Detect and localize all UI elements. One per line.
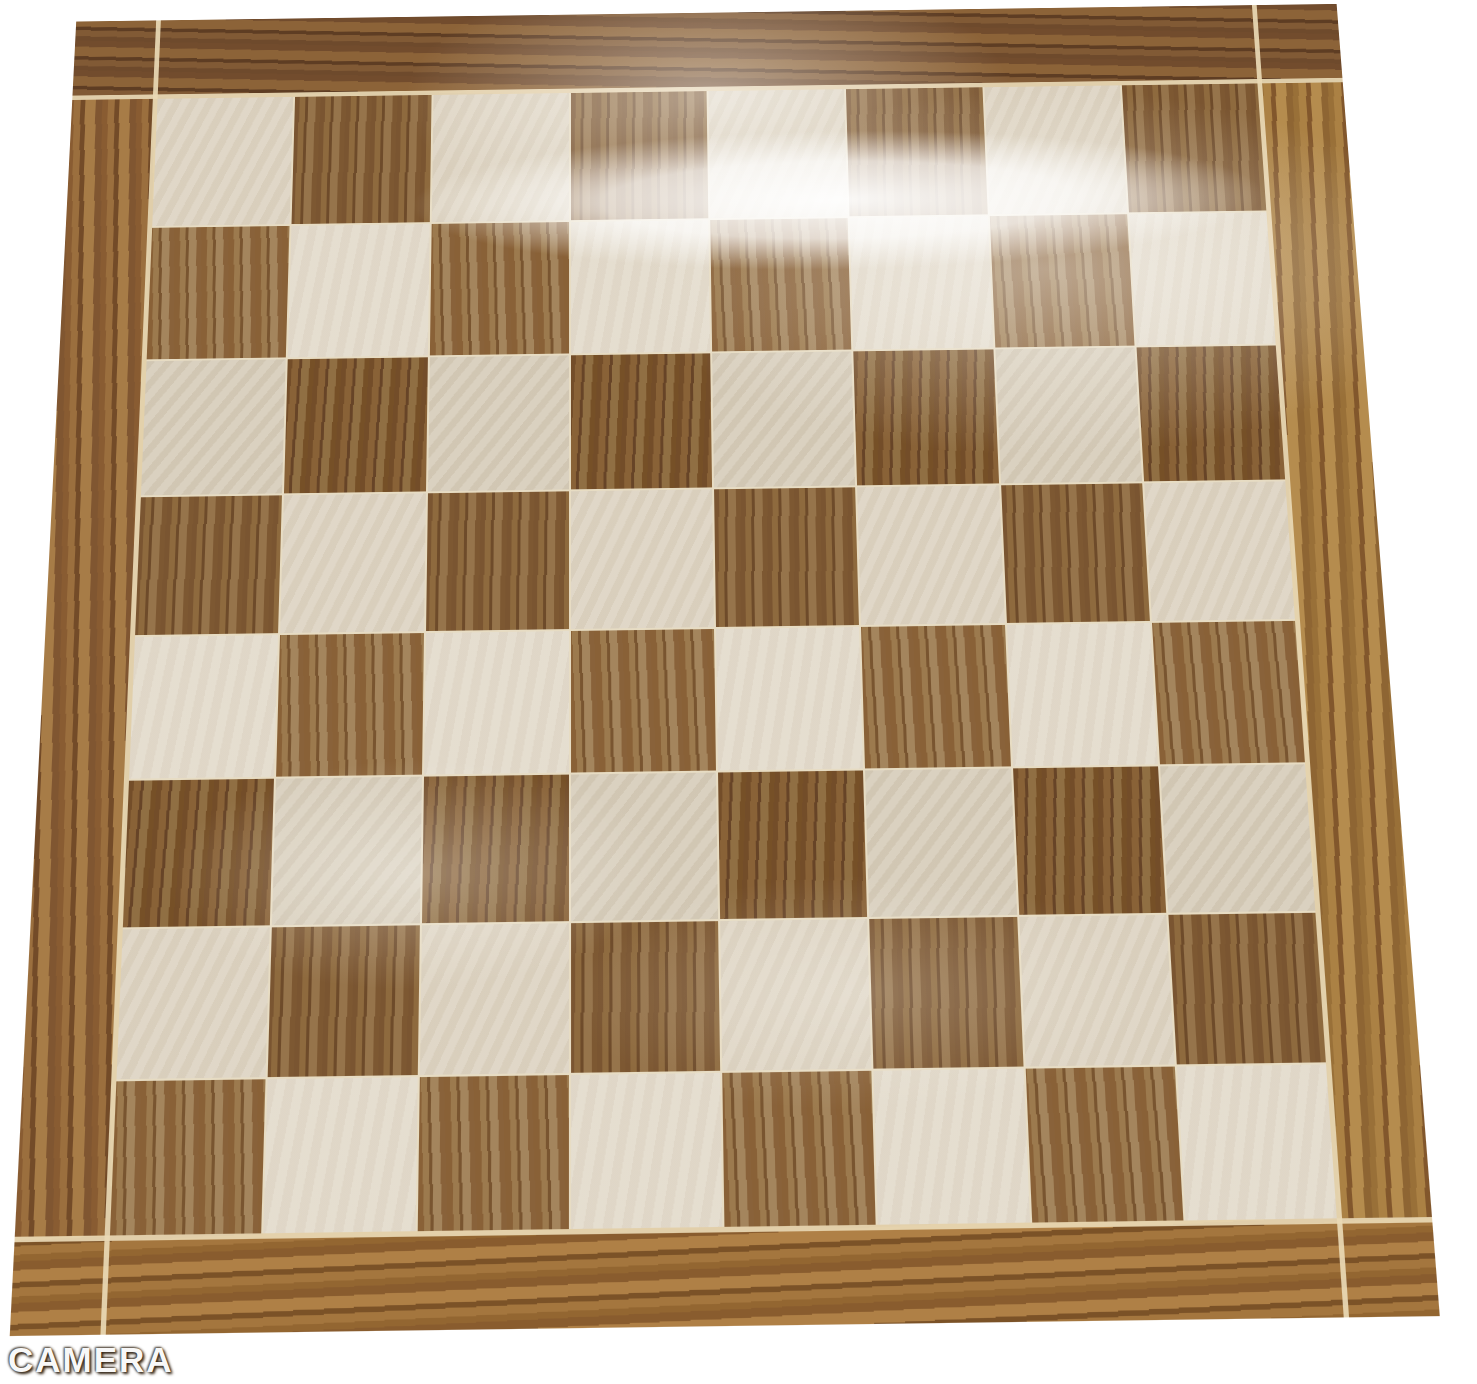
square <box>1007 623 1158 767</box>
square <box>571 921 720 1073</box>
square <box>571 1073 723 1229</box>
square <box>716 627 863 771</box>
square <box>419 923 568 1075</box>
square <box>710 218 851 351</box>
square <box>571 773 718 921</box>
square <box>280 493 425 633</box>
square <box>846 87 987 216</box>
square <box>854 349 999 485</box>
square <box>708 89 847 218</box>
square <box>1122 83 1267 212</box>
square <box>1160 765 1315 913</box>
square <box>129 635 278 779</box>
square <box>571 220 710 353</box>
square <box>123 779 274 927</box>
square <box>431 93 569 222</box>
square <box>720 919 871 1071</box>
square <box>268 925 419 1077</box>
square <box>429 222 568 355</box>
square <box>135 495 282 635</box>
square <box>1025 1066 1183 1222</box>
square <box>712 351 855 487</box>
square <box>272 777 421 925</box>
square <box>110 1079 266 1235</box>
square <box>1019 914 1175 1066</box>
square <box>264 1077 418 1233</box>
square <box>861 625 1010 769</box>
square <box>869 916 1023 1068</box>
board-grid <box>110 83 1337 1235</box>
square <box>857 485 1004 625</box>
chess-board <box>10 4 1440 1336</box>
square <box>571 629 716 773</box>
square <box>718 771 867 919</box>
square <box>152 97 293 226</box>
square <box>1177 1064 1337 1220</box>
square <box>714 487 859 627</box>
square <box>571 91 709 220</box>
square <box>1144 481 1295 621</box>
square <box>571 489 714 629</box>
square <box>421 775 568 923</box>
square <box>284 357 427 493</box>
square <box>426 491 569 631</box>
square <box>1001 483 1150 623</box>
square <box>995 347 1142 483</box>
square <box>1129 212 1276 345</box>
square <box>984 85 1127 214</box>
square <box>276 633 423 777</box>
square <box>1152 621 1305 765</box>
square <box>850 216 993 349</box>
square <box>427 355 568 491</box>
photo-background: CAMERA <box>0 0 1477 1384</box>
square <box>874 1068 1030 1224</box>
square <box>141 359 286 495</box>
square <box>417 1075 569 1231</box>
square <box>1168 912 1326 1064</box>
square <box>865 769 1016 917</box>
square <box>722 1071 876 1227</box>
square <box>147 226 290 359</box>
square <box>989 214 1134 347</box>
square <box>571 353 712 489</box>
square <box>116 927 270 1079</box>
square <box>292 95 431 224</box>
camera-watermark: CAMERA <box>8 1340 174 1380</box>
square <box>424 631 569 775</box>
square <box>1136 345 1285 481</box>
square <box>288 224 429 357</box>
square <box>1013 767 1166 915</box>
